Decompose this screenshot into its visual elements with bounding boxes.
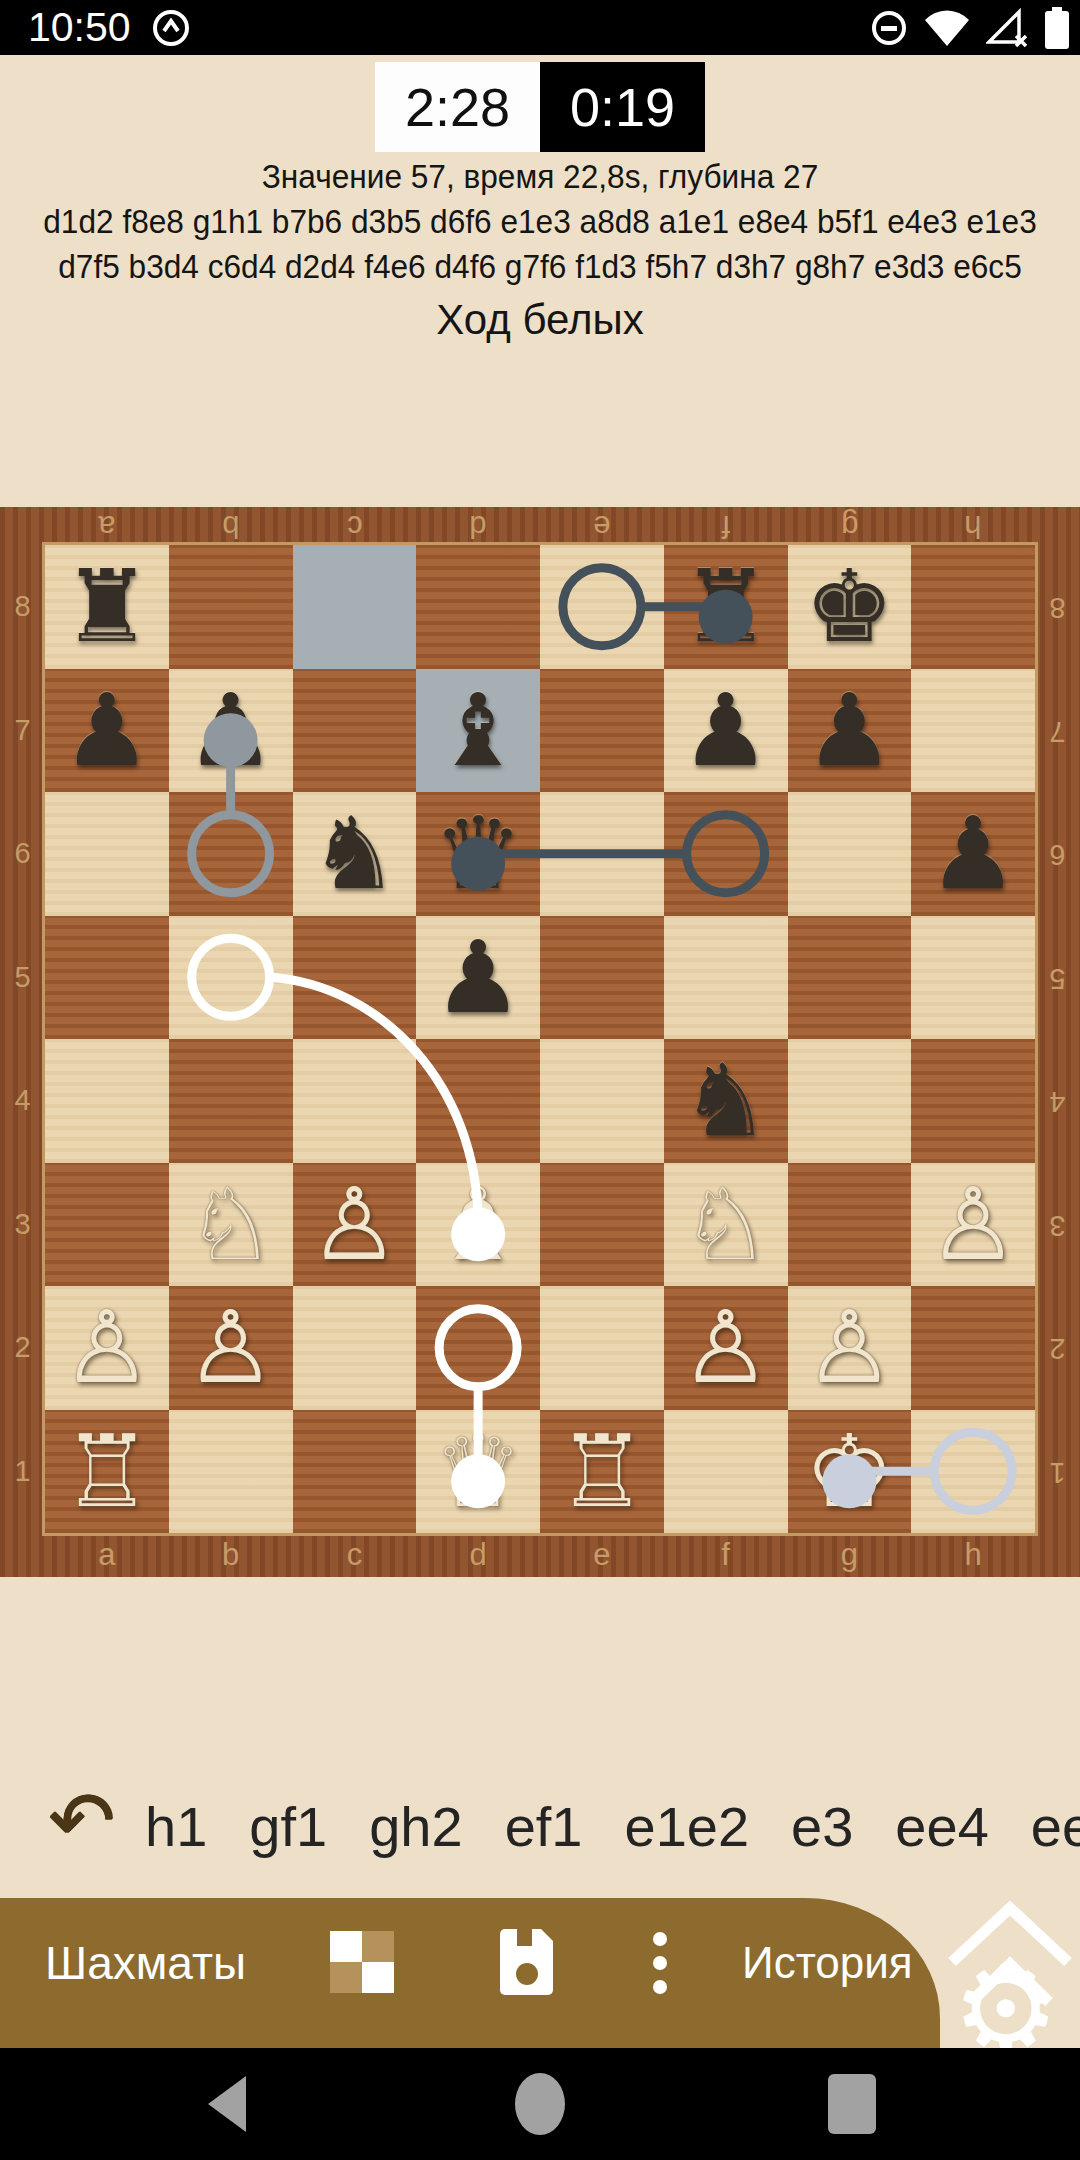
cell-signal-off-icon [986,8,1028,48]
rank-label-left-2: 2 [0,1286,45,1410]
pv-move[interactable]: gh2 [369,1794,462,1859]
file-label-bottom-b: b [169,1534,293,1576]
pv-move[interactable]: ee4 [895,1794,988,1859]
file-label-top-f: f [664,505,788,547]
pv-move[interactable]: gf1 [249,1794,327,1859]
app-title: Шахматы [45,1898,246,2028]
rank-label-right-5: 5 [1035,916,1080,1040]
rank-label-left-8: 8 [0,545,45,669]
rank-label-right-4: 4 [1035,1039,1080,1163]
data-saver-icon [150,7,192,49]
rank-label-left-3: 3 [0,1163,45,1287]
engine-info-line: Значение 57, время 22,8s, глубина 27 [38,157,1042,196]
pv-move[interactable]: ef1 [505,1794,583,1859]
file-label-top-c: c [293,505,417,547]
nav-recents-icon[interactable] [824,2072,880,2136]
rank-label-right-3: 3 [1035,1163,1080,1287]
rank-label-left-7: 7 [0,669,45,793]
rank-label-right-2: 2 [1035,1286,1080,1410]
file-label-top-h: h [911,505,1035,547]
black-clock: 0:19 [540,62,705,152]
undo-button[interactable]: ↶ [48,1786,115,1861]
chess-board[interactable]: 8877665544332211aabbccddeeffgghh ♜♜♚♟♟♝♟… [0,507,1080,1577]
file-label-bottom-a: a [45,1534,169,1576]
arrow-b7-b6 [192,713,270,893]
file-label-top-d: d [416,505,540,547]
rank-label-right-7: 7 [1035,669,1080,793]
settings-pullup-tab[interactable]: ⚙ [940,1898,1080,2048]
arrow-d6-f6 [451,815,765,893]
android-nav-bar [0,2048,1080,2160]
arrow-d3-b5 [192,938,506,1261]
rank-label-right-1: 1 [1035,1410,1080,1534]
pv-move[interactable]: ee [1031,1794,1080,1859]
board-setup-icon[interactable] [330,1931,394,1993]
turn-indicator: Ход белых [0,296,1080,344]
rank-label-right-6: 6 [1035,792,1080,916]
move-suggestion-row: ↶ h1gf1gh2ef1e1e2e3ee4ee [0,1786,1080,1866]
engine-pv-line-2: d7f5 b3d4 c6d4 d2d4 f4e6 d4f6 g7f6 f1d3 … [38,247,1042,286]
file-label-top-e: e [540,505,664,547]
save-icon[interactable] [500,1928,554,1996]
battery-icon [1044,7,1070,49]
status-icons [870,7,1070,49]
file-label-bottom-h: h [911,1534,1035,1576]
wifi-icon [924,9,970,47]
bottom-toolbar: Шахматы История [0,1898,940,2048]
pv-move[interactable]: e1e2 [624,1794,749,1859]
pv-move[interactable]: e3 [791,1794,853,1859]
rank-label-right-8: 8 [1035,545,1080,669]
analysis-arrows [45,545,1035,1533]
nav-home-icon[interactable] [508,2072,572,2136]
file-label-top-b: b [169,505,293,547]
do-not-disturb-icon [870,9,908,47]
file-label-top-g: g [788,505,912,547]
status-bar: 10:50 [0,0,1080,55]
history-button[interactable]: История [742,1898,913,2028]
file-label-bottom-d: d [416,1534,540,1576]
clock-time: 10:50 [28,0,131,55]
file-label-bottom-f: f [664,1534,788,1576]
nav-back-icon[interactable] [200,2072,256,2136]
rank-label-left-4: 4 [0,1039,45,1163]
rank-label-left-1: 1 [0,1410,45,1534]
overflow-menu-icon[interactable] [652,1930,668,1996]
rank-label-left-6: 6 [0,792,45,916]
engine-pv-line-1: d1d2 f8e8 g1h1 b7b6 d3b5 d6f6 e1e3 a8d8 … [38,202,1042,241]
file-label-bottom-g: g [788,1534,912,1576]
file-label-bottom-e: e [540,1534,664,1576]
arrow-d1-d2 [439,1309,517,1509]
arrow-f8-e8 [563,568,753,646]
file-label-bottom-c: c [293,1534,417,1576]
white-clock: 2:28 [375,62,540,152]
arrow-g1-h1 [822,1432,1012,1510]
rank-label-left-5: 5 [0,916,45,1040]
file-label-top-a: a [45,505,169,547]
pv-move[interactable]: h1 [145,1794,207,1859]
